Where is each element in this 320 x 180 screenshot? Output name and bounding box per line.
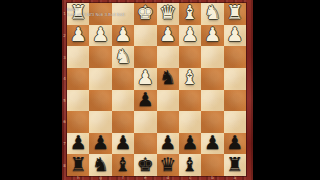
rank-labels: 12345678 [62, 3, 67, 176]
piece-wR-a1: ♜ [226, 3, 243, 22]
square-h1[interactable]: ♜ [67, 3, 89, 25]
square-h5[interactable] [67, 90, 89, 112]
square-a8[interactable]: ♜ [224, 154, 246, 176]
piece-bP-h7: ♟ [70, 133, 87, 152]
file-label-d: d [157, 176, 179, 180]
square-c7[interactable]: ♟ [179, 133, 201, 155]
square-f6[interactable] [112, 111, 134, 133]
piece-wN-b1: ♞ [204, 3, 221, 22]
square-c1[interactable]: ♝ [179, 3, 201, 25]
square-g4[interactable] [89, 68, 111, 90]
piece-wP-b2: ♟ [204, 25, 221, 44]
square-a6[interactable] [224, 111, 246, 133]
square-b1[interactable]: ♞ [201, 3, 223, 25]
rank-label-3: 3 [62, 46, 67, 68]
square-c6[interactable] [179, 111, 201, 133]
square-e7[interactable] [134, 133, 156, 155]
square-e2[interactable] [134, 25, 156, 47]
piece-wP-d2: ♟ [159, 25, 176, 44]
rank-label-1: 1 [62, 3, 67, 25]
square-c8[interactable]: ♝ [179, 154, 201, 176]
piece-wP-g2: ♟ [92, 25, 109, 44]
file-label-h: h [67, 176, 89, 180]
rank-label-6: 6 [62, 111, 67, 133]
rank-label-5: 5 [62, 90, 67, 112]
piece-wR-h1: ♜ [70, 3, 87, 22]
square-g8[interactable]: ♞ [89, 154, 111, 176]
square-e8[interactable]: ♚ [134, 154, 156, 176]
piece-wN-f3: ♞ [114, 47, 131, 66]
square-e5[interactable]: ♟ [134, 90, 156, 112]
square-h6[interactable] [67, 111, 89, 133]
piece-bP-d7: ♟ [159, 133, 176, 152]
piece-bB-f8: ♝ [114, 155, 131, 174]
square-a1[interactable]: ♜ [224, 3, 246, 25]
board-frame: ♜♚♛♝♞♜♟♟♟♟♟♟♟♞♟♞♝♟♟♟♟♟♟♟♟♜♞♝♚♛♝♜ 1234567… [62, 0, 253, 180]
piece-wP-e4: ♟ [137, 68, 154, 87]
piece-bP-e5: ♟ [137, 90, 154, 109]
square-c2[interactable]: ♟ [179, 25, 201, 47]
square-f4[interactable] [112, 68, 134, 90]
square-b8[interactable] [201, 154, 223, 176]
file-labels: hgfedcba [67, 176, 246, 180]
piece-wP-h2: ♟ [70, 25, 87, 44]
square-f5[interactable] [112, 90, 134, 112]
square-f3[interactable]: ♞ [112, 46, 134, 68]
piece-bP-b7: ♟ [204, 133, 221, 152]
square-g7[interactable]: ♟ [89, 133, 111, 155]
square-d4[interactable]: ♞ [157, 68, 179, 90]
file-label-g: g [89, 176, 111, 180]
file-label-a: a [224, 176, 246, 180]
piece-bR-a8: ♜ [226, 155, 243, 174]
rank-label-2: 2 [62, 25, 67, 47]
piece-bP-f7: ♟ [114, 133, 131, 152]
square-b3[interactable] [201, 46, 223, 68]
square-d3[interactable] [157, 46, 179, 68]
square-c3[interactable] [179, 46, 201, 68]
square-d5[interactable] [157, 90, 179, 112]
chess-video-frame: ♜♚♛♝♞♜♟♟♟♟♟♟♟♞♟♞♝♟♟♟♟♟♟♟♟♜♞♝♚♛♝♜ 1234567… [0, 0, 320, 180]
square-e4[interactable]: ♟ [134, 68, 156, 90]
square-f8[interactable]: ♝ [112, 154, 134, 176]
square-e3[interactable] [134, 46, 156, 68]
square-h7[interactable]: ♟ [67, 133, 89, 155]
right-black-bar [253, 0, 320, 180]
piece-bK-e8: ♚ [137, 155, 154, 174]
rank-label-7: 7 [62, 133, 67, 155]
square-f1[interactable] [112, 3, 134, 25]
square-d1[interactable]: ♛ [157, 3, 179, 25]
square-b2[interactable]: ♟ [201, 25, 223, 47]
square-h8[interactable]: ♜ [67, 154, 89, 176]
square-g2[interactable]: ♟ [89, 25, 111, 47]
file-label-c: c [179, 176, 201, 180]
square-c5[interactable] [179, 90, 201, 112]
square-b6[interactable] [201, 111, 223, 133]
square-h2[interactable]: ♟ [67, 25, 89, 47]
piece-wP-c2: ♟ [182, 25, 199, 44]
left-black-bar [0, 0, 62, 180]
piece-wK-e1: ♚ [137, 3, 154, 22]
square-e6[interactable] [134, 111, 156, 133]
square-g6[interactable] [89, 111, 111, 133]
piece-bN-g8: ♞ [92, 155, 109, 174]
file-label-b: b [201, 176, 223, 180]
piece-bR-h8: ♜ [70, 155, 87, 174]
square-b4[interactable] [201, 68, 223, 90]
square-g1[interactable] [89, 3, 111, 25]
square-a7[interactable]: ♟ [224, 133, 246, 155]
square-e1[interactable]: ♚ [134, 3, 156, 25]
piece-bP-a7: ♟ [226, 133, 243, 152]
rank-label-4: 4 [62, 68, 67, 90]
square-d8[interactable]: ♛ [157, 154, 179, 176]
square-a4[interactable] [224, 68, 246, 90]
square-d7[interactable]: ♟ [157, 133, 179, 155]
square-b7[interactable]: ♟ [201, 133, 223, 155]
piece-bP-g7: ♟ [92, 133, 109, 152]
square-d2[interactable]: ♟ [157, 25, 179, 47]
square-a3[interactable] [224, 46, 246, 68]
square-a5[interactable] [224, 90, 246, 112]
square-g5[interactable] [89, 90, 111, 112]
piece-wP-a2: ♟ [226, 25, 243, 44]
square-h3[interactable] [67, 46, 89, 68]
piece-bB-c8: ♝ [182, 155, 199, 174]
piece-wB-c1: ♝ [182, 3, 199, 22]
chess-board: ♜♚♛♝♞♜♟♟♟♟♟♟♟♞♟♞♝♟♟♟♟♟♟♟♟♜♞♝♚♛♝♜ [67, 3, 246, 176]
piece-wP-f2: ♟ [114, 25, 131, 44]
rank-label-8: 8 [62, 154, 67, 176]
square-c4[interactable]: ♝ [179, 68, 201, 90]
piece-wB-c4: ♝ [182, 68, 199, 87]
piece-bP-c7: ♟ [182, 133, 199, 152]
square-f2[interactable]: ♟ [112, 25, 134, 47]
square-b5[interactable] [201, 90, 223, 112]
piece-bN-d4: ♞ [159, 68, 176, 87]
file-label-e: e [134, 176, 156, 180]
square-g3[interactable] [89, 46, 111, 68]
square-a2[interactable]: ♟ [224, 25, 246, 47]
piece-wQ-d1: ♛ [159, 3, 176, 22]
square-f7[interactable]: ♟ [112, 133, 134, 155]
square-d6[interactable] [157, 111, 179, 133]
square-h4[interactable] [67, 68, 89, 90]
piece-bQ-d8: ♛ [159, 155, 176, 174]
file-label-f: f [112, 176, 134, 180]
